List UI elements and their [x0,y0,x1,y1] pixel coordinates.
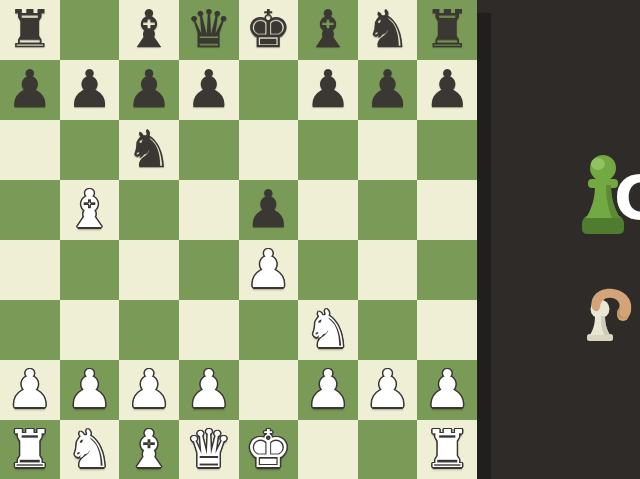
square-g8[interactable]: ♞ [358,0,418,60]
square-g7[interactable]: ♟ [358,60,418,120]
chesscom-logo-letter: C [614,168,640,228]
square-f7[interactable]: ♟ [298,60,358,120]
piece-white-pawn[interactable]: ♟ [245,243,292,295]
square-b6[interactable] [60,120,120,180]
square-h5[interactable] [417,180,477,240]
square-g6[interactable] [358,120,418,180]
square-c3[interactable] [119,300,179,360]
square-d8[interactable]: ♛ [179,0,239,60]
side-panel: C [477,0,640,479]
square-g4[interactable] [358,240,418,300]
piece-white-pawn[interactable]: ♟ [126,363,173,415]
square-h6[interactable] [417,120,477,180]
square-b3[interactable] [60,300,120,360]
piece-black-pawn[interactable]: ♟ [305,63,352,115]
piece-black-pawn[interactable]: ♟ [424,63,471,115]
piece-white-bishop[interactable]: ♝ [66,183,113,235]
square-d5[interactable] [179,180,239,240]
square-a4[interactable] [0,240,60,300]
square-c5[interactable] [119,180,179,240]
square-g1[interactable] [358,420,418,479]
piece-black-pawn[interactable]: ♟ [364,63,411,115]
square-h8[interactable]: ♜ [417,0,477,60]
square-a2[interactable]: ♟ [0,360,60,420]
piece-black-knight[interactable]: ♞ [126,123,173,175]
square-h4[interactable] [417,240,477,300]
square-f1[interactable] [298,420,358,479]
piece-black-queen[interactable]: ♛ [185,3,232,55]
square-g3[interactable] [358,300,418,360]
piece-black-king[interactable]: ♚ [245,3,292,55]
piece-white-pawn[interactable]: ♟ [7,363,54,415]
piece-white-pawn[interactable]: ♟ [305,363,352,415]
piece-white-pawn[interactable]: ♟ [424,363,471,415]
square-f4[interactable] [298,240,358,300]
square-c2[interactable]: ♟ [119,360,179,420]
square-d7[interactable]: ♟ [179,60,239,120]
square-d6[interactable] [179,120,239,180]
square-f3[interactable]: ♞ [298,300,358,360]
square-h2[interactable]: ♟ [417,360,477,420]
piece-white-rook[interactable]: ♜ [424,423,471,475]
square-e7[interactable] [239,60,299,120]
piece-black-pawn[interactable]: ♟ [66,63,113,115]
piece-black-pawn[interactable]: ♟ [7,63,54,115]
square-e8[interactable]: ♚ [239,0,299,60]
square-c1[interactable]: ♝ [119,420,179,479]
square-g5[interactable] [358,180,418,240]
square-d2[interactable]: ♟ [179,360,239,420]
square-f2[interactable]: ♟ [298,360,358,420]
square-c8[interactable]: ♝ [119,0,179,60]
square-b5[interactable]: ♝ [60,180,120,240]
square-e3[interactable] [239,300,299,360]
square-e6[interactable] [239,120,299,180]
piece-black-bishop[interactable]: ♝ [305,3,352,55]
square-a5[interactable] [0,180,60,240]
chesscom-logo: C [578,154,640,242]
square-d1[interactable]: ♛ [179,420,239,479]
square-g2[interactable]: ♟ [358,360,418,420]
square-e1[interactable]: ♚ [239,420,299,479]
square-h7[interactable]: ♟ [417,60,477,120]
piece-black-rook[interactable]: ♜ [7,3,54,55]
piece-black-rook[interactable]: ♜ [424,3,471,55]
square-c6[interactable]: ♞ [119,120,179,180]
square-d4[interactable] [179,240,239,300]
square-f8[interactable]: ♝ [298,0,358,60]
square-a8[interactable]: ♜ [0,0,60,60]
piece-black-pawn[interactable]: ♟ [126,63,173,115]
square-e2[interactable] [239,360,299,420]
square-a7[interactable]: ♟ [0,60,60,120]
square-h1[interactable]: ♜ [417,420,477,479]
square-a3[interactable] [0,300,60,360]
piece-black-pawn[interactable]: ♟ [245,183,292,235]
square-d3[interactable] [179,300,239,360]
piece-white-knight[interactable]: ♞ [66,423,113,475]
square-b8[interactable] [60,0,120,60]
piece-white-king[interactable]: ♚ [245,423,292,475]
piece-black-bishop[interactable]: ♝ [126,3,173,55]
square-c4[interactable] [119,240,179,300]
square-b7[interactable]: ♟ [60,60,120,120]
square-b2[interactable]: ♟ [60,360,120,420]
square-f5[interactable] [298,180,358,240]
hand-grabbing-pawn-icon [583,284,637,348]
square-h3[interactable] [417,300,477,360]
piece-white-rook[interactable]: ♜ [7,423,54,475]
square-a1[interactable]: ♜ [0,420,60,479]
piece-white-bishop[interactable]: ♝ [126,423,173,475]
chess-board[interactable]: ♜♝♛♚♝♞♜♟♟♟♟♟♟♟♞♝♟♟♞♟♟♟♟♟♟♟♜♞♝♛♚♜ [0,0,477,479]
panel-left-groove [477,13,491,479]
square-a6[interactable] [0,120,60,180]
piece-white-knight[interactable]: ♞ [305,303,352,355]
piece-black-pawn[interactable]: ♟ [185,63,232,115]
piece-white-queen[interactable]: ♛ [185,423,232,475]
piece-white-pawn[interactable]: ♟ [66,363,113,415]
square-e4[interactable]: ♟ [239,240,299,300]
square-b1[interactable]: ♞ [60,420,120,479]
piece-white-pawn[interactable]: ♟ [364,363,411,415]
square-e5[interactable]: ♟ [239,180,299,240]
square-c7[interactable]: ♟ [119,60,179,120]
piece-black-knight[interactable]: ♞ [364,3,411,55]
piece-white-pawn[interactable]: ♟ [185,363,232,415]
square-b4[interactable] [60,240,120,300]
square-f6[interactable] [298,120,358,180]
